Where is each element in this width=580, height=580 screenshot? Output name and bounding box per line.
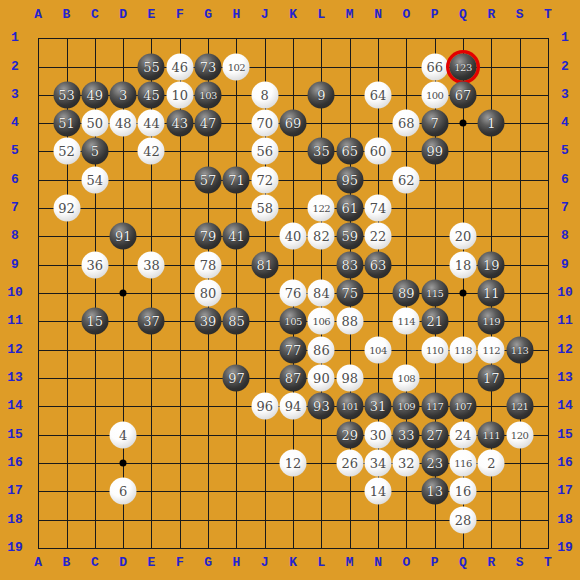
stone-move-number: 77	[285, 342, 302, 357]
row-label-right-14: 14	[554, 399, 576, 413]
stone-white-20: 20	[450, 223, 477, 250]
stone-black-121: 121	[506, 393, 533, 420]
stone-white-100: 100	[421, 81, 448, 108]
stone-move-number: 113	[511, 344, 529, 355]
stone-move-number: 90	[313, 371, 330, 386]
stone-black-9: 9	[308, 81, 335, 108]
stone-white-104: 104	[365, 336, 392, 363]
stone-move-number: 45	[143, 87, 160, 102]
stone-white-48: 48	[110, 110, 137, 137]
stone-move-number: 3	[119, 87, 127, 102]
col-label-bottom-N: N	[367, 556, 389, 570]
stone-black-17: 17	[478, 365, 505, 392]
stone-move-number: 11	[483, 286, 500, 301]
stone-white-72: 72	[251, 166, 278, 193]
stone-move-number: 54	[87, 172, 104, 187]
stone-move-number: 49	[87, 87, 104, 102]
stone-black-101: 101	[336, 393, 363, 420]
stone-white-96: 96	[251, 393, 278, 420]
stone-white-92: 92	[53, 195, 80, 222]
row-label-right-8: 8	[554, 229, 576, 243]
stone-move-number: 122	[313, 203, 331, 214]
stone-move-number: 60	[370, 144, 387, 159]
stone-black-15: 15	[81, 308, 108, 335]
star-point-Q4	[460, 120, 467, 127]
stone-black-65: 65	[336, 138, 363, 165]
row-label-right-1: 1	[554, 31, 576, 45]
stone-black-117: 117	[421, 393, 448, 420]
stone-move-number: 41	[228, 229, 245, 244]
stone-move-number: 106	[313, 316, 331, 327]
stone-move-number: 81	[256, 257, 273, 272]
stone-black-79: 79	[195, 223, 222, 250]
stone-black-119: 119	[478, 308, 505, 335]
stone-move-number: 105	[284, 316, 302, 327]
row-label-right-9: 9	[554, 258, 576, 272]
col-label-bottom-C: C	[84, 556, 106, 570]
stone-white-84: 84	[308, 280, 335, 307]
stone-black-23: 23	[421, 450, 448, 477]
stone-white-22: 22	[365, 223, 392, 250]
stone-move-number: 100	[426, 89, 444, 100]
col-label-top-C: C	[84, 8, 106, 22]
stone-black-7: 7	[421, 110, 448, 137]
stone-black-87: 87	[280, 365, 307, 392]
stone-move-number: 7	[431, 116, 439, 131]
stone-white-98: 98	[336, 365, 363, 392]
stone-move-number: 17	[483, 371, 500, 386]
stone-black-67: 67	[450, 81, 477, 108]
stone-move-number: 4	[119, 427, 127, 442]
stone-black-1: 1	[478, 110, 505, 137]
col-label-bottom-H: H	[225, 556, 247, 570]
stone-black-19: 19	[478, 251, 505, 278]
row-label-left-8: 8	[4, 229, 26, 243]
stone-move-number: 104	[369, 344, 387, 355]
stone-move-number: 75	[341, 286, 358, 301]
stone-move-number: 103	[199, 89, 217, 100]
col-label-bottom-F: F	[169, 556, 191, 570]
row-label-right-3: 3	[554, 88, 576, 102]
stone-move-number: 69	[285, 116, 302, 131]
stone-black-103: 103	[195, 81, 222, 108]
stone-black-37: 37	[138, 308, 165, 335]
stone-black-115: 115	[421, 280, 448, 307]
stone-move-number: 40	[285, 229, 302, 244]
star-point-D16	[120, 460, 127, 467]
stone-white-120: 120	[506, 421, 533, 448]
col-label-top-E: E	[140, 8, 162, 22]
col-label-bottom-E: E	[140, 556, 162, 570]
stone-move-number: 15	[87, 314, 104, 329]
stone-move-number: 102	[228, 61, 246, 72]
board-grid-line-vertical	[520, 38, 521, 548]
row-label-left-18: 18	[4, 513, 26, 527]
stone-move-number: 22	[370, 229, 387, 244]
stone-move-number: 57	[200, 172, 217, 187]
row-label-left-15: 15	[4, 428, 26, 442]
stone-white-54: 54	[81, 166, 108, 193]
row-label-left-13: 13	[4, 371, 26, 385]
col-label-top-B: B	[56, 8, 78, 22]
col-label-top-D: D	[112, 8, 134, 22]
stone-white-10: 10	[166, 81, 193, 108]
col-label-bottom-L: L	[310, 556, 332, 570]
stone-white-78: 78	[195, 251, 222, 278]
stone-white-66: 66	[421, 53, 448, 80]
row-label-right-12: 12	[554, 343, 576, 357]
stone-move-number: 35	[313, 144, 330, 159]
row-label-left-14: 14	[4, 399, 26, 413]
stone-move-number: 20	[455, 229, 472, 244]
stone-move-number: 101	[341, 401, 359, 412]
stone-move-number: 73	[200, 59, 217, 74]
stone-black-111: 111	[478, 421, 505, 448]
stone-black-81: 81	[251, 251, 278, 278]
stone-white-44: 44	[138, 110, 165, 137]
stone-black-13: 13	[421, 478, 448, 505]
stone-move-number: 24	[455, 427, 472, 442]
col-label-bottom-T: T	[537, 556, 559, 570]
stone-black-95: 95	[336, 166, 363, 193]
stone-move-number: 44	[143, 116, 160, 131]
col-label-top-L: L	[310, 8, 332, 22]
stone-move-number: 115	[426, 288, 444, 299]
stone-white-32: 32	[393, 450, 420, 477]
stone-black-21: 21	[421, 308, 448, 335]
stone-move-number: 18	[455, 257, 472, 272]
col-label-top-R: R	[480, 8, 502, 22]
stone-move-number: 96	[256, 399, 273, 414]
stone-move-number: 46	[172, 59, 189, 74]
col-label-top-J: J	[254, 8, 276, 22]
stone-move-number: 89	[398, 286, 415, 301]
stone-white-12: 12	[280, 450, 307, 477]
stone-black-5: 5	[81, 138, 108, 165]
col-label-top-N: N	[367, 8, 389, 22]
col-label-bottom-J: J	[254, 556, 276, 570]
row-label-right-18: 18	[554, 513, 576, 527]
stone-white-26: 26	[336, 450, 363, 477]
stone-move-number: 62	[398, 172, 415, 187]
stone-black-57: 57	[195, 166, 222, 193]
col-label-bottom-O: O	[395, 556, 417, 570]
stone-move-number: 19	[483, 257, 500, 272]
stone-white-86: 86	[308, 336, 335, 363]
stone-white-30: 30	[365, 421, 392, 448]
stone-move-number: 48	[115, 116, 132, 131]
row-label-left-9: 9	[4, 258, 26, 272]
stone-move-number: 27	[426, 427, 443, 442]
stone-move-number: 64	[370, 87, 387, 102]
stone-move-number: 95	[341, 172, 358, 187]
stone-white-76: 76	[280, 280, 307, 307]
stone-move-number: 117	[426, 401, 444, 412]
col-label-top-H: H	[225, 8, 247, 22]
stone-move-number: 13	[426, 484, 443, 499]
stone-white-42: 42	[138, 138, 165, 165]
stone-move-number: 114	[398, 316, 416, 327]
stone-move-number: 39	[200, 314, 217, 329]
stone-move-number: 21	[426, 314, 443, 329]
stone-white-38: 38	[138, 251, 165, 278]
stone-black-39: 39	[195, 308, 222, 335]
stone-move-number: 83	[341, 257, 358, 272]
stone-move-number: 110	[426, 344, 444, 355]
stone-black-113: 113	[506, 336, 533, 363]
stone-black-31: 31	[365, 393, 392, 420]
row-label-left-6: 6	[4, 173, 26, 187]
col-label-top-G: G	[197, 8, 219, 22]
stone-move-number: 94	[285, 399, 302, 414]
stone-black-63: 63	[365, 251, 392, 278]
stone-white-36: 36	[81, 251, 108, 278]
row-label-right-16: 16	[554, 456, 576, 470]
stone-move-number: 123	[454, 61, 472, 72]
stone-move-number: 116	[454, 458, 472, 469]
row-label-left-1: 1	[4, 31, 26, 45]
stone-move-number: 5	[91, 144, 99, 159]
stone-move-number: 38	[143, 257, 160, 272]
stone-move-number: 56	[256, 144, 273, 159]
stone-move-number: 34	[370, 456, 387, 471]
stone-move-number: 79	[200, 229, 217, 244]
row-label-right-5: 5	[554, 144, 576, 158]
stone-move-number: 23	[426, 456, 443, 471]
col-label-top-O: O	[395, 8, 417, 22]
stone-white-28: 28	[450, 506, 477, 533]
stone-move-number: 51	[58, 116, 75, 131]
stone-move-number: 14	[370, 484, 387, 499]
stone-black-47: 47	[195, 110, 222, 137]
col-label-bottom-B: B	[56, 556, 78, 570]
stone-black-27: 27	[421, 421, 448, 448]
stone-white-60: 60	[365, 138, 392, 165]
col-label-top-T: T	[537, 8, 559, 22]
go-board[interactable]: AABBCCDDEEFFGGHHJJKKLLMMNNOOPPQQRRSSTT11…	[0, 0, 580, 580]
stone-black-123: 123	[450, 53, 477, 80]
stone-black-55: 55	[138, 53, 165, 80]
stone-black-75: 75	[336, 280, 363, 307]
stone-move-number: 29	[341, 427, 358, 442]
star-point-D10	[120, 290, 127, 297]
stone-move-number: 36	[87, 257, 104, 272]
row-label-right-17: 17	[554, 484, 576, 498]
row-label-right-7: 7	[554, 201, 576, 215]
stone-move-number: 63	[370, 257, 387, 272]
stone-white-116: 116	[450, 450, 477, 477]
stone-white-108: 108	[393, 365, 420, 392]
col-label-top-Q: Q	[452, 8, 474, 22]
stone-black-35: 35	[308, 138, 335, 165]
stone-white-18: 18	[450, 251, 477, 278]
stone-move-number: 65	[341, 144, 358, 159]
stone-white-50: 50	[81, 110, 108, 137]
stone-white-106: 106	[308, 308, 335, 335]
stone-black-11: 11	[478, 280, 505, 307]
stone-move-number: 6	[119, 484, 127, 499]
stone-white-56: 56	[251, 138, 278, 165]
stone-black-97: 97	[223, 365, 250, 392]
row-label-right-13: 13	[554, 371, 576, 385]
stone-move-number: 33	[398, 427, 415, 442]
stone-white-52: 52	[53, 138, 80, 165]
row-label-right-6: 6	[554, 173, 576, 187]
stone-white-46: 46	[166, 53, 193, 80]
row-label-right-11: 11	[554, 314, 576, 328]
stone-black-99: 99	[421, 138, 448, 165]
stone-black-53: 53	[53, 81, 80, 108]
stone-move-number: 80	[200, 286, 217, 301]
stone-black-83: 83	[336, 251, 363, 278]
stone-move-number: 10	[172, 87, 189, 102]
stone-move-number: 78	[200, 257, 217, 272]
stone-black-49: 49	[81, 81, 108, 108]
stone-move-number: 37	[143, 314, 160, 329]
stone-move-number: 52	[58, 144, 75, 159]
stone-move-number: 66	[426, 59, 443, 74]
stone-white-24: 24	[450, 421, 477, 448]
stone-move-number: 1	[487, 116, 495, 131]
stone-white-14: 14	[365, 478, 392, 505]
row-label-left-5: 5	[4, 144, 26, 158]
col-label-bottom-S: S	[509, 556, 531, 570]
row-label-right-2: 2	[554, 60, 576, 74]
stone-white-34: 34	[365, 450, 392, 477]
stone-move-number: 70	[256, 116, 273, 131]
col-label-top-S: S	[509, 8, 531, 22]
col-label-bottom-M: M	[339, 556, 361, 570]
col-label-bottom-K: K	[282, 556, 304, 570]
stone-move-number: 61	[341, 201, 358, 216]
stone-black-91: 91	[110, 223, 137, 250]
stone-white-110: 110	[421, 336, 448, 363]
stone-black-41: 41	[223, 223, 250, 250]
col-label-bottom-Q: Q	[452, 556, 474, 570]
col-label-top-F: F	[169, 8, 191, 22]
col-label-bottom-D: D	[112, 556, 134, 570]
stone-move-number: 12	[285, 456, 302, 471]
stone-move-number: 43	[172, 116, 189, 131]
stone-white-68: 68	[393, 110, 420, 137]
stone-white-112: 112	[478, 336, 505, 363]
col-label-bottom-G: G	[197, 556, 219, 570]
row-label-left-12: 12	[4, 343, 26, 357]
stone-white-114: 114	[393, 308, 420, 335]
stone-move-number: 111	[483, 429, 501, 440]
stone-move-number: 28	[455, 512, 472, 527]
row-label-right-4: 4	[554, 116, 576, 130]
stone-move-number: 55	[143, 59, 160, 74]
stone-white-122: 122	[308, 195, 335, 222]
stone-move-number: 74	[370, 201, 387, 216]
stone-black-85: 85	[223, 308, 250, 335]
col-label-top-K: K	[282, 8, 304, 22]
stone-white-94: 94	[280, 393, 307, 420]
stone-white-90: 90	[308, 365, 335, 392]
stone-move-number: 99	[426, 144, 443, 159]
stone-move-number: 72	[256, 172, 273, 187]
stone-move-number: 112	[483, 344, 501, 355]
stone-move-number: 91	[115, 229, 132, 244]
stone-move-number: 67	[455, 87, 472, 102]
stone-white-2: 2	[478, 450, 505, 477]
col-label-bottom-A: A	[27, 556, 49, 570]
stone-black-107: 107	[450, 393, 477, 420]
stone-move-number: 121	[511, 401, 529, 412]
stone-move-number: 59	[341, 229, 358, 244]
stone-move-number: 26	[341, 456, 358, 471]
stone-black-43: 43	[166, 110, 193, 137]
stone-move-number: 85	[228, 314, 245, 329]
row-label-left-16: 16	[4, 456, 26, 470]
stone-black-45: 45	[138, 81, 165, 108]
row-label-left-3: 3	[4, 88, 26, 102]
col-label-top-M: M	[339, 8, 361, 22]
stone-black-93: 93	[308, 393, 335, 420]
stone-move-number: 76	[285, 286, 302, 301]
stone-move-number: 68	[398, 116, 415, 131]
stone-white-70: 70	[251, 110, 278, 137]
col-label-bottom-P: P	[424, 556, 446, 570]
stone-white-40: 40	[280, 223, 307, 250]
stone-move-number: 71	[228, 172, 245, 187]
stone-white-62: 62	[393, 166, 420, 193]
stone-move-number: 108	[398, 373, 416, 384]
stone-white-6: 6	[110, 478, 137, 505]
stone-move-number: 50	[87, 116, 104, 131]
stone-move-number: 31	[370, 399, 387, 414]
row-label-right-19: 19	[554, 541, 576, 555]
row-label-right-15: 15	[554, 428, 576, 442]
stone-move-number: 53	[58, 87, 75, 102]
stone-move-number: 58	[256, 201, 273, 216]
stone-black-61: 61	[336, 195, 363, 222]
stone-move-number: 92	[58, 201, 75, 216]
stone-black-33: 33	[393, 421, 420, 448]
row-label-right-10: 10	[554, 286, 576, 300]
col-label-top-A: A	[27, 8, 49, 22]
stone-move-number: 87	[285, 371, 302, 386]
stone-white-80: 80	[195, 280, 222, 307]
col-label-bottom-R: R	[480, 556, 502, 570]
stone-black-29: 29	[336, 421, 363, 448]
stone-white-58: 58	[251, 195, 278, 222]
stone-black-3: 3	[110, 81, 137, 108]
row-label-left-10: 10	[4, 286, 26, 300]
stone-white-8: 8	[251, 81, 278, 108]
stone-move-number: 107	[454, 401, 472, 412]
stone-move-number: 8	[261, 87, 269, 102]
stone-white-82: 82	[308, 223, 335, 250]
stone-black-71: 71	[223, 166, 250, 193]
stone-move-number: 109	[398, 401, 416, 412]
stone-black-89: 89	[393, 280, 420, 307]
stone-black-51: 51	[53, 110, 80, 137]
star-point-Q10	[460, 290, 467, 297]
stone-white-4: 4	[110, 421, 137, 448]
stone-move-number: 97	[228, 371, 245, 386]
stone-move-number: 16	[455, 484, 472, 499]
row-label-left-7: 7	[4, 201, 26, 215]
stone-white-74: 74	[365, 195, 392, 222]
stone-move-number: 47	[200, 116, 217, 131]
col-label-top-P: P	[424, 8, 446, 22]
row-label-left-17: 17	[4, 484, 26, 498]
stone-move-number: 119	[483, 316, 501, 327]
stone-white-16: 16	[450, 478, 477, 505]
stone-move-number: 82	[313, 229, 330, 244]
